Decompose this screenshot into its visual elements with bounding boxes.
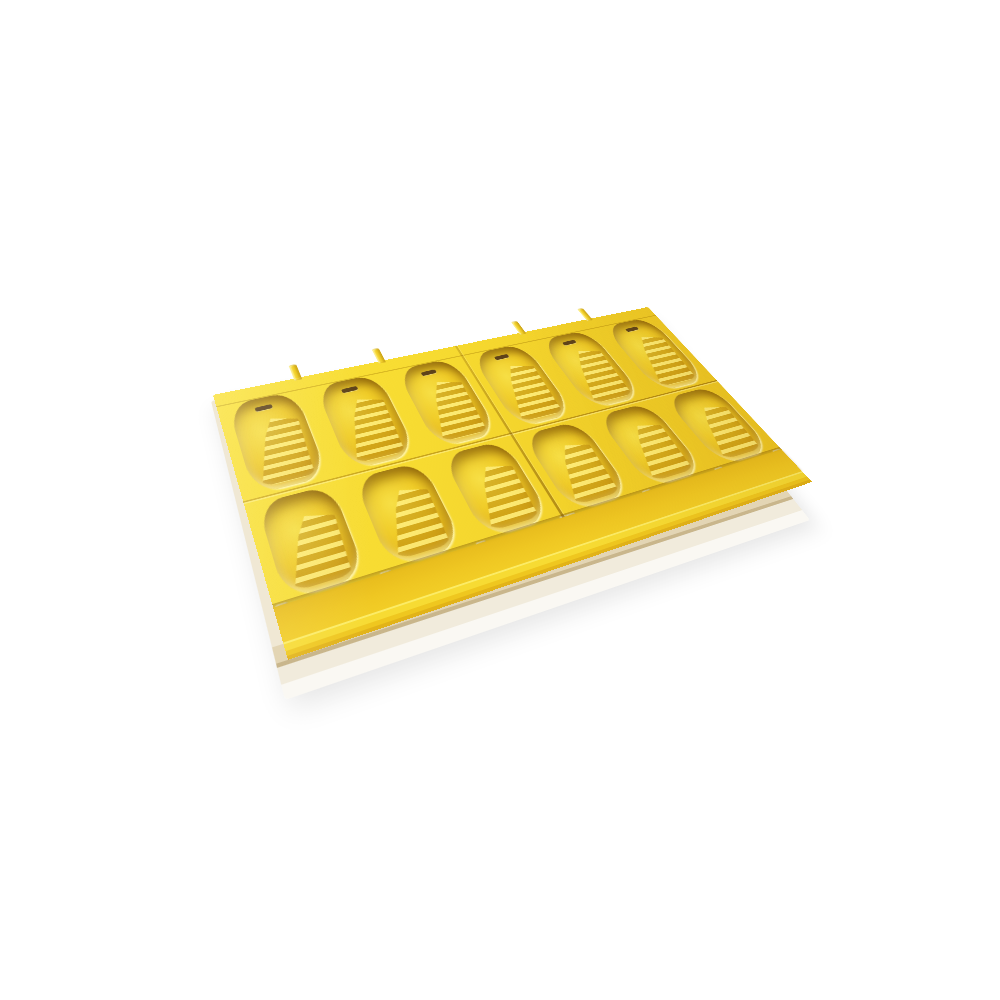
stick-slot (255, 404, 273, 412)
pit-ridges (368, 483, 456, 561)
stick-slot (562, 340, 577, 346)
stick-slot (494, 354, 509, 361)
locating-tab (511, 321, 526, 335)
photo-background (0, 0, 1000, 1000)
stick-slot (421, 369, 437, 376)
locating-tab (289, 364, 303, 381)
scene (0, 0, 1000, 1000)
pit-ridges (270, 508, 359, 593)
pit-ridges (329, 394, 411, 464)
locating-tab (577, 308, 593, 321)
stick-slot (625, 326, 639, 332)
pit-r0-c0 (228, 391, 328, 495)
pit-ridges (621, 333, 701, 387)
pit-ridges (614, 420, 698, 482)
stick-slot (341, 386, 358, 393)
pit-ridges (240, 412, 322, 488)
pit-ridges (458, 460, 545, 532)
pit-ridges (556, 347, 636, 405)
pit-ridges (682, 402, 765, 460)
pit-r0-c1 (315, 374, 417, 471)
locating-tab (372, 348, 386, 364)
